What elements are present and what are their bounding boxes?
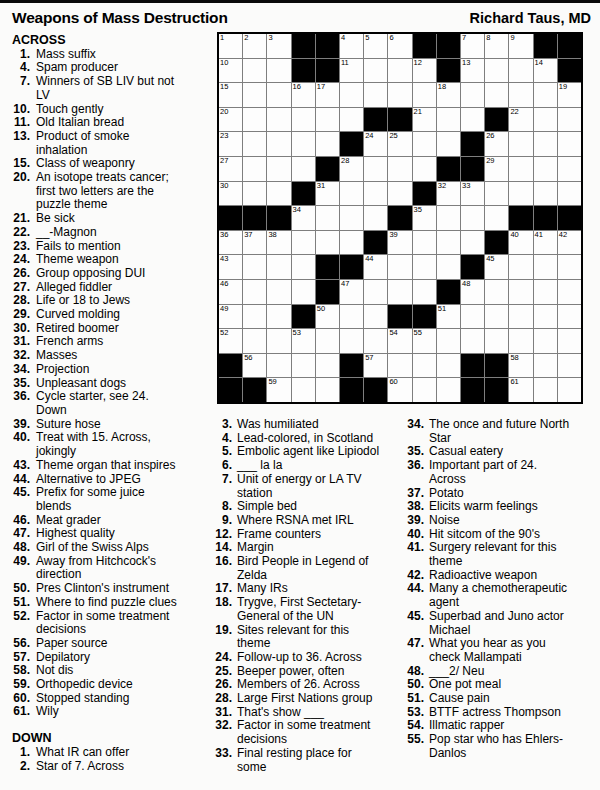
black-cell — [364, 378, 387, 402]
grid-cell[interactable]: 59 — [267, 378, 290, 402]
grid-cell[interactable]: 43 — [219, 255, 242, 279]
clue-text: Cycle starter, see 24. Down — [36, 389, 149, 417]
cell-number: 59 — [268, 378, 276, 387]
grid-cell[interactable] — [461, 206, 484, 230]
grid-cell[interactable]: 39 — [388, 231, 411, 255]
grid-cell[interactable] — [364, 157, 387, 181]
grid-cell[interactable] — [267, 305, 290, 329]
grid-cell[interactable] — [388, 157, 411, 181]
grid-cell[interactable]: 38 — [267, 231, 290, 255]
clue-text: Trygve, First Sectetary- General of the … — [237, 595, 361, 623]
clue-item: 58.Not dis — [12, 664, 214, 678]
grid-cell[interactable] — [364, 329, 387, 353]
black-cell — [243, 378, 266, 402]
clue-number: 7. — [12, 75, 30, 89]
clue-number: 30. — [12, 322, 30, 336]
grid-cell[interactable] — [485, 59, 508, 83]
grid-cell[interactable] — [292, 378, 315, 402]
clue-text: Factor in some treatment decisions — [36, 609, 169, 637]
grid-cell[interactable]: 33 — [461, 182, 484, 206]
clue-item: 20.An isotope treats cancer; first two l… — [12, 171, 214, 212]
grid-cell[interactable]: 48 — [461, 280, 484, 304]
grid-cell[interactable] — [292, 255, 315, 279]
grid-cell[interactable]: 4 — [340, 34, 363, 58]
grid-cell[interactable] — [534, 182, 557, 206]
cell-number: 23 — [220, 132, 228, 141]
grid-cell[interactable] — [461, 329, 484, 353]
grid-cell[interactable]: 26 — [485, 132, 508, 156]
grid-cell[interactable]: 14 — [534, 59, 557, 83]
grid-cell[interactable]: 58 — [509, 354, 532, 378]
clue-text: The once and future North Star — [429, 417, 569, 445]
grid-cell[interactable] — [413, 354, 436, 378]
grid-cell[interactable]: 28 — [340, 157, 363, 181]
grid-cell[interactable] — [413, 132, 436, 156]
top-border — [0, 0, 600, 3]
grid-cell[interactable]: 40 — [509, 231, 532, 255]
grid-cell[interactable] — [388, 83, 411, 107]
grid-cell[interactable] — [413, 157, 436, 181]
black-cell — [219, 206, 242, 230]
cell-number: 47 — [341, 280, 349, 289]
grid-cell[interactable]: 55 — [413, 329, 436, 353]
clue-number: 59. — [12, 678, 30, 692]
grid-cell[interactable]: 56 — [243, 354, 266, 378]
clue-item: 24.Follow-up to 36. Across — [211, 651, 403, 665]
grid-cell[interactable] — [388, 182, 411, 206]
grid-cell[interactable] — [243, 305, 266, 329]
clue-item: 50.One pot meal — [403, 678, 600, 692]
grid-cell[interactable] — [243, 329, 266, 353]
grid-cell[interactable] — [243, 280, 266, 304]
grid-cell[interactable]: 12 — [413, 59, 436, 83]
grid-cell[interactable]: 21 — [413, 108, 436, 132]
grid-cell[interactable] — [267, 108, 290, 132]
grid-cell[interactable] — [364, 305, 387, 329]
grid-cell[interactable]: 32 — [437, 182, 460, 206]
black-cell — [219, 378, 242, 402]
grid-cell[interactable]: 25 — [388, 132, 411, 156]
clue-text: ___ la la — [237, 458, 282, 472]
grid-cell[interactable] — [316, 329, 339, 353]
grid-cell[interactable]: 29 — [485, 157, 508, 181]
grid-cell[interactable]: 30 — [219, 182, 242, 206]
grid-cell[interactable] — [316, 378, 339, 402]
grid-cell[interactable]: 20 — [219, 108, 242, 132]
cell-number: 5 — [365, 34, 369, 43]
grid-cell[interactable]: 19 — [558, 83, 581, 107]
grid-cell[interactable] — [413, 83, 436, 107]
grid-cell[interactable]: 49 — [219, 305, 242, 329]
grid-cell[interactable] — [267, 329, 290, 353]
black-cell — [316, 157, 339, 181]
grid-cell[interactable]: 17 — [316, 83, 339, 107]
cell-number: 6 — [389, 34, 393, 43]
black-cell — [509, 206, 532, 230]
grid-cell[interactable] — [413, 255, 436, 279]
grid-cell[interactable] — [485, 182, 508, 206]
clue-number: 50. — [403, 678, 424, 692]
grid-cell[interactable] — [534, 378, 557, 402]
grid-cell[interactable] — [292, 280, 315, 304]
grid-cell[interactable] — [413, 378, 436, 402]
grid-cell[interactable] — [558, 354, 581, 378]
clue-text: Margin — [237, 540, 274, 554]
grid-cell[interactable] — [292, 231, 315, 255]
grid-cell[interactable]: 18 — [437, 83, 460, 107]
grid-cell[interactable] — [534, 255, 557, 279]
grid-cell[interactable]: 37 — [243, 231, 266, 255]
grid-cell[interactable] — [364, 182, 387, 206]
grid-cell[interactable] — [364, 83, 387, 107]
grid-cell[interactable] — [509, 83, 532, 107]
black-cell — [316, 59, 339, 83]
grid-cell[interactable] — [340, 182, 363, 206]
grid-cell[interactable] — [316, 354, 339, 378]
grid-cell[interactable] — [340, 329, 363, 353]
grid-cell[interactable] — [267, 83, 290, 107]
cell-number: 21 — [414, 108, 422, 117]
black-cell — [388, 305, 411, 329]
clue-item: 45.Prefix for some juice blends — [12, 486, 214, 513]
grid-cell[interactable]: 52 — [219, 329, 242, 353]
clue-item: 4.Spam producer — [12, 61, 214, 75]
grid-cell[interactable] — [388, 59, 411, 83]
clue-text: Large First Nations group — [237, 691, 372, 705]
black-cell — [534, 206, 557, 230]
grid-cell[interactable] — [316, 132, 339, 156]
cell-number: 45 — [486, 255, 494, 264]
clue-text: Bird People in Legend of Zelda — [237, 554, 368, 582]
grid-cell[interactable] — [340, 231, 363, 255]
grid-cell[interactable]: 42 — [558, 231, 581, 255]
black-cell — [219, 354, 242, 378]
grid-cell[interactable] — [485, 206, 508, 230]
clue-item: 39.Suture hose — [12, 418, 214, 432]
grid-cell[interactable] — [437, 354, 460, 378]
grid-cell[interactable] — [388, 354, 411, 378]
grid-cell[interactable] — [243, 255, 266, 279]
grid-cell[interactable] — [534, 83, 557, 107]
clue-number: 60. — [12, 692, 30, 706]
grid-cell[interactable] — [558, 280, 581, 304]
grid-cell[interactable] — [292, 354, 315, 378]
clue-text: Old Italian bread — [36, 115, 124, 129]
clue-item: 28.Life or 18 to Jews — [12, 294, 214, 308]
puzzle-author: Richard Taus, MD — [470, 10, 591, 26]
clue-text: Girl of the Swiss Alps — [36, 540, 149, 554]
grid-cell[interactable] — [388, 255, 411, 279]
clue-text: Where to find puzzle clues — [36, 595, 177, 609]
grid-cell[interactable] — [534, 305, 557, 329]
grid-cell[interactable] — [437, 108, 460, 132]
grid-cell[interactable]: 15 — [219, 83, 242, 107]
grid-cell[interactable] — [485, 305, 508, 329]
grid-cell[interactable]: 22 — [509, 108, 532, 132]
grid-cell[interactable] — [316, 231, 339, 255]
clue-text: Meat grader — [36, 513, 101, 527]
clue-item: 27.Alleged fiddler — [12, 281, 214, 295]
cell-number: 37 — [244, 231, 252, 240]
clue-number: 61. — [12, 705, 30, 719]
grid-cell[interactable] — [509, 255, 532, 279]
clue-number: 52. — [12, 610, 30, 624]
clue-number: 13. — [12, 130, 30, 144]
cell-number: 57 — [365, 354, 373, 363]
grid-cell[interactable] — [413, 231, 436, 255]
grid-cell[interactable] — [485, 83, 508, 107]
clue-item: 30.Retired boomer — [12, 322, 214, 336]
clue-number: 11. — [12, 116, 30, 130]
grid-cell[interactable]: 60 — [388, 378, 411, 402]
clue-number: 10. — [12, 103, 30, 117]
down-clue-list-middle: 3.Was humiliated4.Lead-colored, in Scotl… — [211, 418, 403, 774]
grid-cell[interactable] — [558, 329, 581, 353]
grid-cell[interactable]: 36 — [219, 231, 242, 255]
grid-cell[interactable] — [509, 132, 532, 156]
clue-number: 34. — [403, 418, 424, 432]
black-cell — [340, 354, 363, 378]
clue-text: Winners of SB LIV but not LV — [36, 74, 174, 102]
grid-cell[interactable] — [267, 132, 290, 156]
clue-number: 31. — [12, 335, 30, 349]
grid-cell[interactable] — [340, 108, 363, 132]
grid-cell[interactable]: 31 — [316, 182, 339, 206]
grid-cell[interactable]: 51 — [437, 305, 460, 329]
grid-cell[interactable] — [437, 231, 460, 255]
grid-cell[interactable] — [558, 255, 581, 279]
grid-cell[interactable] — [267, 280, 290, 304]
clue-item: 26.Members of 26. Across — [211, 678, 403, 692]
clue-text: Group opposing DUI — [36, 266, 145, 280]
grid-cell[interactable] — [485, 329, 508, 353]
grid-cell[interactable] — [509, 329, 532, 353]
clue-item: 33.Final resting place for some — [211, 747, 403, 774]
grid-cell[interactable]: 7 — [461, 34, 484, 58]
grid-cell[interactable] — [364, 59, 387, 83]
grid-cell[interactable]: 50 — [316, 305, 339, 329]
grid-cell[interactable]: 47 — [340, 280, 363, 304]
grid-cell[interactable]: 46 — [219, 280, 242, 304]
cell-number: 61 — [510, 378, 518, 387]
clue-item: 37.Potato — [403, 487, 600, 501]
grid-cell[interactable]: 10 — [219, 59, 242, 83]
clue-item: 11.Old Italian bread — [12, 116, 214, 130]
clue-item: 39.Noise — [403, 514, 600, 528]
grid-cell[interactable]: 53 — [292, 329, 315, 353]
clue-number: 24. — [211, 651, 232, 665]
grid-cell[interactable]: 54 — [388, 329, 411, 353]
clue-item: 1.Mass suffix — [12, 48, 214, 62]
grid-cell[interactable]: 16 — [292, 83, 315, 107]
grid-cell[interactable] — [316, 206, 339, 230]
clue-number: 7. — [211, 473, 232, 487]
grid-cell[interactable] — [509, 157, 532, 181]
clue-item: 13.Product of smoke inhalation — [12, 130, 214, 157]
grid-cell[interactable] — [534, 108, 557, 132]
clue-number: 27. — [12, 281, 30, 295]
grid-cell[interactable] — [461, 83, 484, 107]
grid-cell[interactable] — [437, 255, 460, 279]
cell-number: 53 — [293, 329, 301, 338]
cell-number: 15 — [220, 83, 228, 92]
clue-text: Pop star who has Ehlers- Danlos — [429, 732, 563, 760]
grid-cell[interactable] — [388, 280, 411, 304]
grid-cell[interactable]: 45 — [485, 255, 508, 279]
grid-cell[interactable] — [534, 329, 557, 353]
grid-cell[interactable] — [267, 157, 290, 181]
grid-cell[interactable]: 8 — [485, 34, 508, 58]
grid-cell[interactable] — [292, 132, 315, 156]
grid-cell[interactable] — [558, 108, 581, 132]
clue-number: 55. — [403, 733, 424, 747]
black-cell — [485, 378, 508, 402]
clue-number: 25. — [211, 665, 232, 679]
grid-cell[interactable]: 24 — [364, 132, 387, 156]
grid-cell[interactable] — [558, 132, 581, 156]
grid-cell[interactable]: 3 — [267, 34, 290, 58]
clue-text: Factor in some treatment decisions — [237, 718, 370, 746]
clue-item: 46.Meat grader — [12, 514, 214, 528]
clue-item: 61.Wily — [12, 705, 214, 719]
cell-number: 11 — [341, 59, 349, 68]
grid-cell[interactable]: 11 — [340, 59, 363, 83]
grid-cell[interactable] — [292, 157, 315, 181]
clue-number: 47. — [403, 637, 424, 651]
clue-number: 50. — [12, 582, 30, 596]
cell-number: 26 — [486, 132, 494, 141]
grid-cell[interactable] — [461, 108, 484, 132]
black-cell — [461, 255, 484, 279]
grid-cell[interactable] — [437, 378, 460, 402]
grid-cell[interactable] — [413, 280, 436, 304]
grid-cell[interactable] — [509, 59, 532, 83]
clue-number: 31. — [211, 706, 232, 720]
clue-item: 14.Margin — [211, 541, 403, 555]
grid-cell[interactable] — [364, 280, 387, 304]
grid-cell[interactable] — [558, 182, 581, 206]
clue-item: 56.Paper source — [12, 637, 214, 651]
clue-number: 20. — [12, 171, 30, 185]
clue-text: Hit sitcom of the 90's — [429, 527, 540, 541]
down-clue-column-middle: 3.Was humiliated4.Lead-colored, in Scotl… — [211, 418, 403, 774]
cell-number: 31 — [317, 182, 325, 191]
grid-cell[interactable] — [364, 206, 387, 230]
grid-cell[interactable]: 61 — [509, 378, 532, 402]
grid-cell[interactable] — [534, 280, 557, 304]
clue-item: 25.Beeper power, often — [211, 665, 403, 679]
cell-number: 10 — [220, 59, 228, 68]
clue-number: 12. — [211, 528, 232, 542]
grid-cell[interactable] — [558, 378, 581, 402]
clue-item: 49.Away from Hitchcock's direction — [12, 555, 214, 582]
clue-text: Retired boomer — [36, 321, 119, 335]
grid-cell[interactable] — [267, 182, 290, 206]
grid-cell[interactable]: 41 — [534, 231, 557, 255]
grid-cell[interactable] — [340, 83, 363, 107]
clue-text: Curved molding — [36, 307, 120, 321]
grid-cell[interactable] — [437, 329, 460, 353]
grid-cell[interactable] — [534, 132, 557, 156]
grid-cell[interactable] — [437, 206, 460, 230]
grid-cell[interactable] — [509, 280, 532, 304]
grid-cell[interactable]: 34 — [292, 206, 315, 230]
grid-cell[interactable] — [340, 305, 363, 329]
grid-cell[interactable]: 5 — [364, 34, 387, 58]
grid-cell[interactable] — [509, 305, 532, 329]
grid-cell[interactable]: 1 — [219, 34, 242, 58]
clue-item: 1.What IR can offer — [12, 746, 214, 760]
clue-number: 48. — [403, 665, 424, 679]
clue-text: Unit of energy or LA TV station — [237, 472, 362, 500]
grid-cells: 1234567891011121314151617181920212223242… — [219, 34, 581, 402]
grid-cell[interactable]: 6 — [388, 34, 411, 58]
grid-cell[interactable] — [267, 255, 290, 279]
grid-cell[interactable] — [558, 305, 581, 329]
black-cell — [413, 182, 436, 206]
grid-cell[interactable] — [340, 206, 363, 230]
grid-cell[interactable]: 23 — [219, 132, 242, 156]
grid-cell[interactable] — [267, 59, 290, 83]
grid-cell[interactable] — [243, 157, 266, 181]
grid-cell[interactable] — [534, 354, 557, 378]
grid-cell[interactable]: 44 — [364, 255, 387, 279]
clue-number: 47. — [12, 527, 30, 541]
black-cell — [388, 206, 411, 230]
grid-cell[interactable]: 27 — [219, 157, 242, 181]
grid-cell[interactable]: 2 — [243, 34, 266, 58]
clue-item: 17.Many IRs — [211, 582, 403, 596]
grid-cell[interactable] — [292, 108, 315, 132]
grid-cell[interactable] — [316, 108, 339, 132]
grid-cell[interactable] — [437, 132, 460, 156]
grid-cell[interactable]: 13 — [461, 59, 484, 83]
clue-text: Prefix for some juice blends — [36, 485, 145, 513]
cell-number: 7 — [462, 34, 466, 43]
clue-item: 44.Many a chemotherapeutic agent — [403, 582, 600, 609]
grid-cell[interactable] — [558, 157, 581, 181]
grid-cell[interactable]: 9 — [509, 34, 532, 58]
clue-number: 1. — [12, 48, 30, 62]
clue-number: 28. — [12, 294, 30, 308]
grid-cell[interactable] — [485, 280, 508, 304]
clue-item: 50.Pres Clinton's instrument — [12, 582, 214, 596]
clue-item: 28.Large First Nations group — [211, 692, 403, 706]
clue-text: Many IRs — [237, 581, 288, 595]
grid-cell[interactable] — [267, 354, 290, 378]
black-cell — [534, 34, 557, 58]
clue-text: What you hear as you check Mallampati — [429, 636, 546, 664]
grid-cell[interactable] — [243, 132, 266, 156]
grid-cell[interactable]: 57 — [364, 354, 387, 378]
cell-number: 8 — [486, 34, 490, 43]
crossword-grid[interactable]: 1234567891011121314151617181920212223242… — [217, 32, 583, 404]
grid-cell[interactable] — [243, 108, 266, 132]
grid-cell[interactable] — [243, 59, 266, 83]
grid-cell[interactable] — [534, 157, 557, 181]
grid-cell[interactable] — [509, 182, 532, 206]
grid-cell[interactable]: 35 — [413, 206, 436, 230]
grid-cell[interactable] — [461, 305, 484, 329]
grid-cell[interactable] — [243, 83, 266, 107]
grid-cell[interactable] — [243, 182, 266, 206]
clue-item: 45.Superbad and Juno actor Michael — [403, 610, 600, 637]
clue-text: Theme organ that inspires — [36, 458, 175, 472]
clue-item: 26.Group opposing DUI — [12, 267, 214, 281]
grid-cell[interactable] — [461, 231, 484, 255]
black-cell — [292, 59, 315, 83]
clue-item: 31.French arms — [12, 335, 214, 349]
